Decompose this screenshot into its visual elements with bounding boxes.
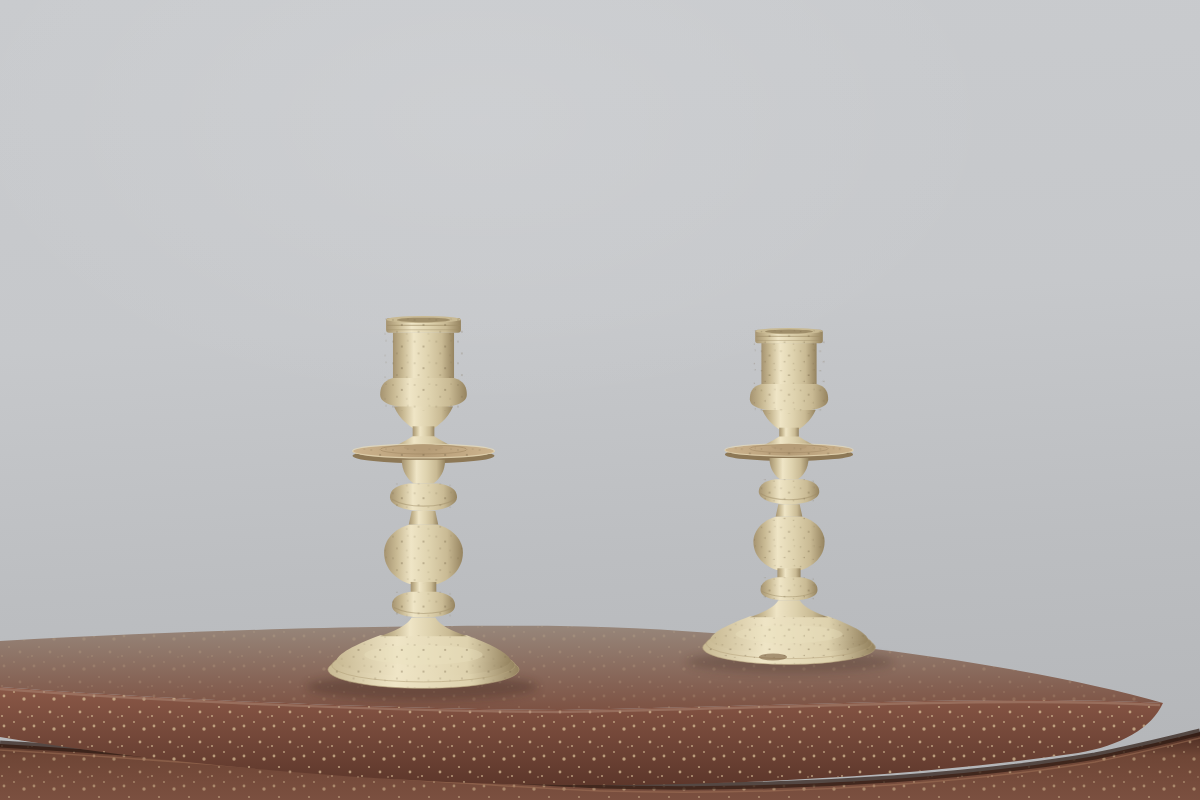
candlestick-right	[700, 328, 878, 666]
photo-backdrop	[0, 0, 1200, 800]
pedestal-table	[0, 626, 1200, 800]
right-base-stain	[759, 654, 787, 661]
table-top-surface-speckle	[0, 626, 1163, 710]
scene	[0, 0, 1200, 800]
